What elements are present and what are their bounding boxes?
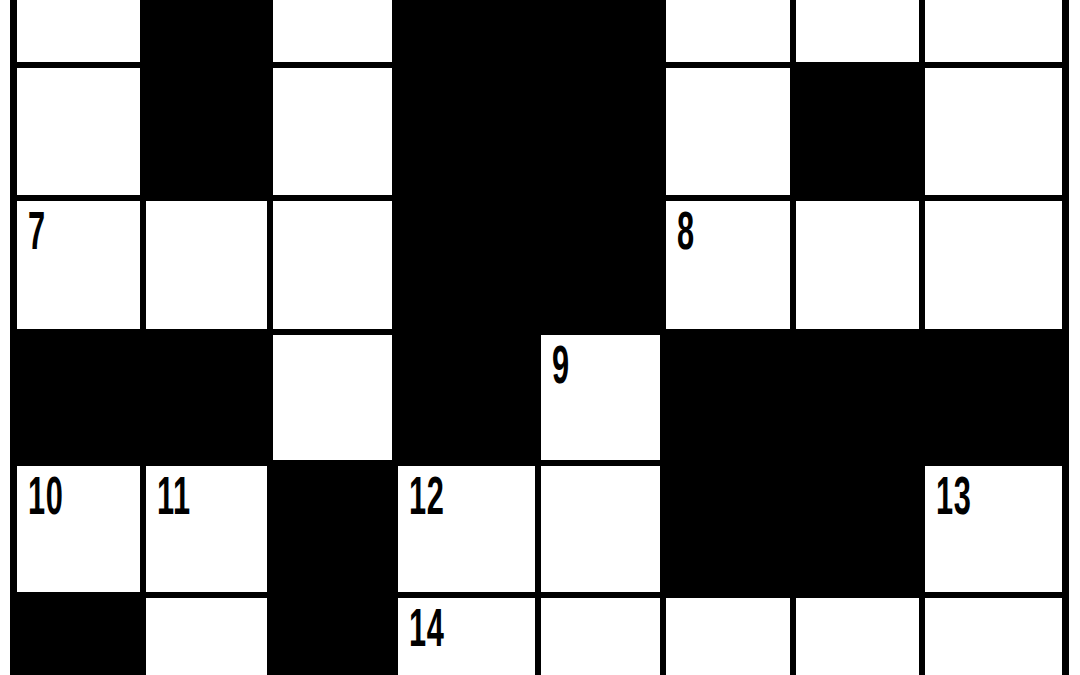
black-cell-r4c8 [925, 335, 1062, 460]
white-cell-r3c6[interactable]: 8 [666, 201, 790, 329]
black-cell-r1c4 [398, 0, 535, 62]
white-cell-r1c3[interactable] [273, 0, 392, 62]
black-cell-r4c6 [666, 335, 790, 460]
clue-number: 8 [677, 204, 695, 257]
white-cell-r3c1[interactable]: 7 [17, 201, 140, 329]
white-cell-r1c1[interactable] [17, 0, 140, 62]
black-cell-r2c2 [146, 68, 267, 195]
white-cell-r3c7[interactable] [796, 201, 919, 329]
white-cell-r5c4[interactable]: 12 [398, 466, 535, 592]
white-cell-r3c8[interactable] [925, 201, 1062, 329]
white-cell-r6c5[interactable] [541, 598, 660, 675]
clue-number: 14 [409, 601, 444, 654]
black-cell-r2c4 [398, 68, 535, 195]
white-cell-r1c7[interactable] [796, 0, 919, 62]
clue-number: 13 [936, 469, 971, 522]
white-cell-r3c2[interactable] [146, 201, 267, 329]
white-cell-r6c6[interactable] [666, 598, 790, 675]
white-cell-r5c5[interactable] [541, 466, 660, 592]
black-cell-r1c2 [146, 0, 267, 62]
white-cell-r6c7[interactable] [796, 598, 919, 675]
black-cell-r4c2 [146, 335, 267, 460]
crossword-scan: 7891011121314 [0, 0, 1080, 675]
crossword-grid: 7891011121314 [10, 0, 1069, 675]
black-cell-r2c5 [541, 68, 660, 195]
white-cell-r4c3[interactable] [273, 335, 392, 460]
clue-number: 11 [157, 469, 191, 522]
black-cell-r4c1 [17, 335, 140, 460]
white-cell-r6c8[interactable] [925, 598, 1062, 675]
white-cell-r5c8[interactable]: 13 [925, 466, 1062, 592]
white-cell-r1c8[interactable] [925, 0, 1062, 62]
white-cell-r5c2[interactable]: 11 [146, 466, 267, 592]
white-cell-r6c2[interactable] [146, 598, 267, 675]
black-cell-r6c1 [17, 598, 140, 675]
white-cell-r2c6[interactable] [666, 68, 790, 195]
white-cell-r2c3[interactable] [273, 68, 392, 195]
white-cell-r6c4[interactable]: 14 [398, 598, 535, 675]
white-cell-r2c8[interactable] [925, 68, 1062, 195]
black-cell-r4c4 [398, 335, 535, 460]
white-cell-r5c1[interactable]: 10 [17, 466, 140, 592]
clue-number: 7 [28, 204, 46, 257]
black-cell-r3c4 [398, 201, 535, 329]
black-cell-r3c5 [541, 201, 660, 329]
black-cell-r2c7 [796, 68, 919, 195]
black-cell-r5c6 [666, 466, 790, 592]
black-cell-r5c3 [273, 466, 392, 592]
black-cell-r4c7 [796, 335, 919, 460]
black-cell-r6c3 [273, 598, 392, 675]
white-cell-r1c6[interactable] [666, 0, 790, 62]
clue-number: 9 [552, 338, 570, 391]
white-cell-r2c1[interactable] [17, 68, 140, 195]
white-cell-r3c3[interactable] [273, 201, 392, 329]
clue-number: 12 [409, 469, 444, 522]
black-cell-r1c5 [541, 0, 660, 62]
clue-number: 10 [28, 469, 63, 522]
white-cell-r4c5[interactable]: 9 [541, 335, 660, 460]
black-cell-r5c7 [796, 466, 919, 592]
